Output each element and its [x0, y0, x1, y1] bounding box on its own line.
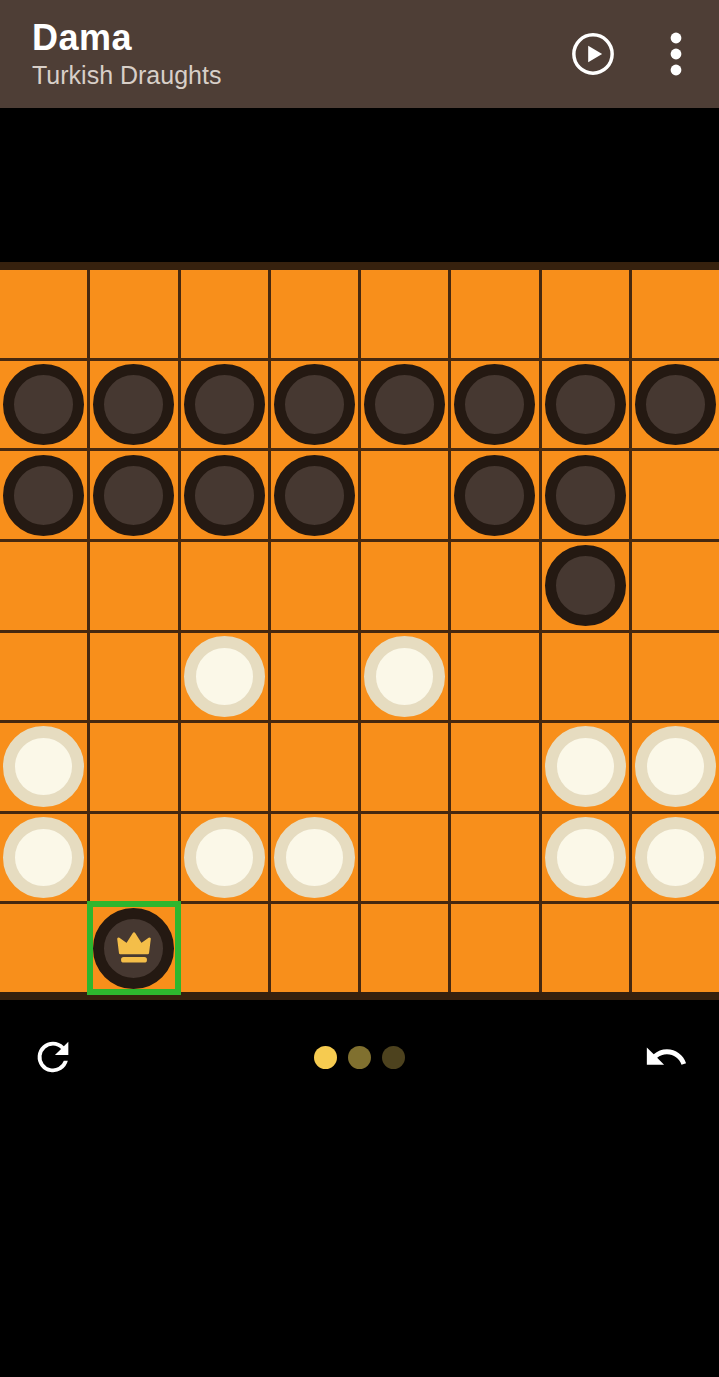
- board-cell[interactable]: [271, 904, 358, 992]
- white-man-piece[interactable]: [3, 817, 84, 898]
- crown-icon: [113, 927, 155, 969]
- app-title: Dama: [32, 18, 221, 58]
- board-cell[interactable]: [542, 904, 629, 992]
- black-man-piece[interactable]: [545, 364, 626, 445]
- black-man-piece[interactable]: [635, 364, 716, 445]
- board-cell[interactable]: [451, 542, 538, 630]
- white-man-piece[interactable]: [184, 636, 265, 717]
- board-cell[interactable]: [451, 723, 538, 811]
- board-cell[interactable]: [0, 904, 87, 992]
- board-cell[interactable]: [90, 633, 177, 721]
- play-circle-icon: [570, 31, 616, 77]
- board-cell[interactable]: [361, 904, 448, 992]
- board-cell[interactable]: [181, 723, 268, 811]
- board-cell[interactable]: [271, 723, 358, 811]
- board-cell[interactable]: [451, 904, 538, 992]
- board-cell[interactable]: [361, 270, 448, 358]
- board-cell[interactable]: [361, 361, 448, 449]
- board-cell[interactable]: [632, 814, 719, 902]
- board-cell[interactable]: [0, 814, 87, 902]
- board-cell[interactable]: [181, 542, 268, 630]
- board-cell[interactable]: [542, 270, 629, 358]
- page-indicator: [314, 1046, 405, 1069]
- undo-icon: [643, 1034, 689, 1080]
- board-cell[interactable]: [451, 270, 538, 358]
- board-cell[interactable]: [361, 542, 448, 630]
- board-cell[interactable]: [0, 723, 87, 811]
- black-man-piece[interactable]: [274, 455, 355, 536]
- board-cell[interactable]: [632, 270, 719, 358]
- board-cell[interactable]: [542, 814, 629, 902]
- board-cell[interactable]: [361, 723, 448, 811]
- white-man-piece[interactable]: [635, 726, 716, 807]
- board-cell[interactable]: [271, 361, 358, 449]
- board-cell[interactable]: [181, 633, 268, 721]
- board-cell[interactable]: [451, 451, 538, 539]
- board-cell[interactable]: [90, 904, 177, 992]
- black-man-piece[interactable]: [3, 364, 84, 445]
- app-screen: Dama Turkish Draughts: [0, 0, 719, 1377]
- top-spacer: [0, 108, 719, 262]
- black-man-piece[interactable]: [93, 455, 174, 536]
- board-cell[interactable]: [0, 361, 87, 449]
- board-cell[interactable]: [361, 814, 448, 902]
- kebab-menu-icon: [670, 30, 682, 78]
- board-cell[interactable]: [181, 451, 268, 539]
- undo-button[interactable]: [643, 1034, 689, 1080]
- board-cell[interactable]: [542, 723, 629, 811]
- refresh-icon: [30, 1034, 76, 1080]
- black-man-piece[interactable]: [545, 455, 626, 536]
- black-man-piece[interactable]: [184, 455, 265, 536]
- board-cell[interactable]: [90, 542, 177, 630]
- white-man-piece[interactable]: [635, 817, 716, 898]
- board-cell[interactable]: [632, 904, 719, 992]
- white-man-piece[interactable]: [545, 817, 626, 898]
- page-dot: [314, 1046, 337, 1069]
- black-man-piece[interactable]: [454, 455, 535, 536]
- board-cell[interactable]: [0, 451, 87, 539]
- play-button[interactable]: [570, 31, 616, 77]
- white-man-piece[interactable]: [184, 817, 265, 898]
- black-man-piece[interactable]: [274, 364, 355, 445]
- board-cell[interactable]: [90, 723, 177, 811]
- board-cell[interactable]: [0, 270, 87, 358]
- board-cell[interactable]: [451, 814, 538, 902]
- black-man-piece[interactable]: [184, 364, 265, 445]
- app-bar-actions: [570, 30, 682, 78]
- board-grid: [0, 270, 719, 992]
- white-man-piece[interactable]: [545, 726, 626, 807]
- board-cell[interactable]: [271, 451, 358, 539]
- board-frame: [0, 262, 719, 1000]
- board-cell[interactable]: [271, 270, 358, 358]
- board-cell[interactable]: [90, 270, 177, 358]
- board-cell[interactable]: [0, 542, 87, 630]
- black-man-piece[interactable]: [3, 455, 84, 536]
- overflow-menu-button[interactable]: [670, 30, 682, 78]
- board-cell[interactable]: [542, 633, 629, 721]
- app-subtitle: Turkish Draughts: [32, 61, 221, 90]
- white-man-piece[interactable]: [274, 817, 355, 898]
- board-cell[interactable]: [632, 451, 719, 539]
- board-cell[interactable]: [90, 451, 177, 539]
- white-man-piece[interactable]: [364, 636, 445, 717]
- board-cell[interactable]: [451, 633, 538, 721]
- app-bar: Dama Turkish Draughts: [0, 0, 719, 108]
- board-cell[interactable]: [542, 451, 629, 539]
- board-cell[interactable]: [90, 361, 177, 449]
- board-cell[interactable]: [361, 451, 448, 539]
- footer-bar: [0, 1000, 719, 1114]
- board-cell[interactable]: [181, 904, 268, 992]
- board-cell[interactable]: [271, 633, 358, 721]
- restart-button[interactable]: [30, 1034, 76, 1080]
- board-cell[interactable]: [632, 361, 719, 449]
- white-man-piece[interactable]: [3, 726, 84, 807]
- board-cell[interactable]: [181, 361, 268, 449]
- black-man-piece[interactable]: [364, 364, 445, 445]
- page-dot: [348, 1046, 371, 1069]
- page-dot: [382, 1046, 405, 1069]
- black-king-piece[interactable]: [93, 908, 174, 989]
- board-cell[interactable]: [361, 633, 448, 721]
- board-cell[interactable]: [271, 542, 358, 630]
- board-cell[interactable]: [632, 542, 719, 630]
- board-cell[interactable]: [542, 542, 629, 630]
- board-cell[interactable]: [90, 814, 177, 902]
- board-cell[interactable]: [181, 814, 268, 902]
- board-cell[interactable]: [181, 270, 268, 358]
- board-cell[interactable]: [632, 633, 719, 721]
- black-man-piece[interactable]: [93, 364, 174, 445]
- black-man-piece[interactable]: [454, 364, 535, 445]
- black-man-piece[interactable]: [545, 545, 626, 626]
- board-cell[interactable]: [542, 361, 629, 449]
- board-cell[interactable]: [632, 723, 719, 811]
- board-cell[interactable]: [0, 633, 87, 721]
- board-cell[interactable]: [271, 814, 358, 902]
- app-bar-titles: Dama Turkish Draughts: [32, 18, 221, 91]
- board-cell[interactable]: [451, 361, 538, 449]
